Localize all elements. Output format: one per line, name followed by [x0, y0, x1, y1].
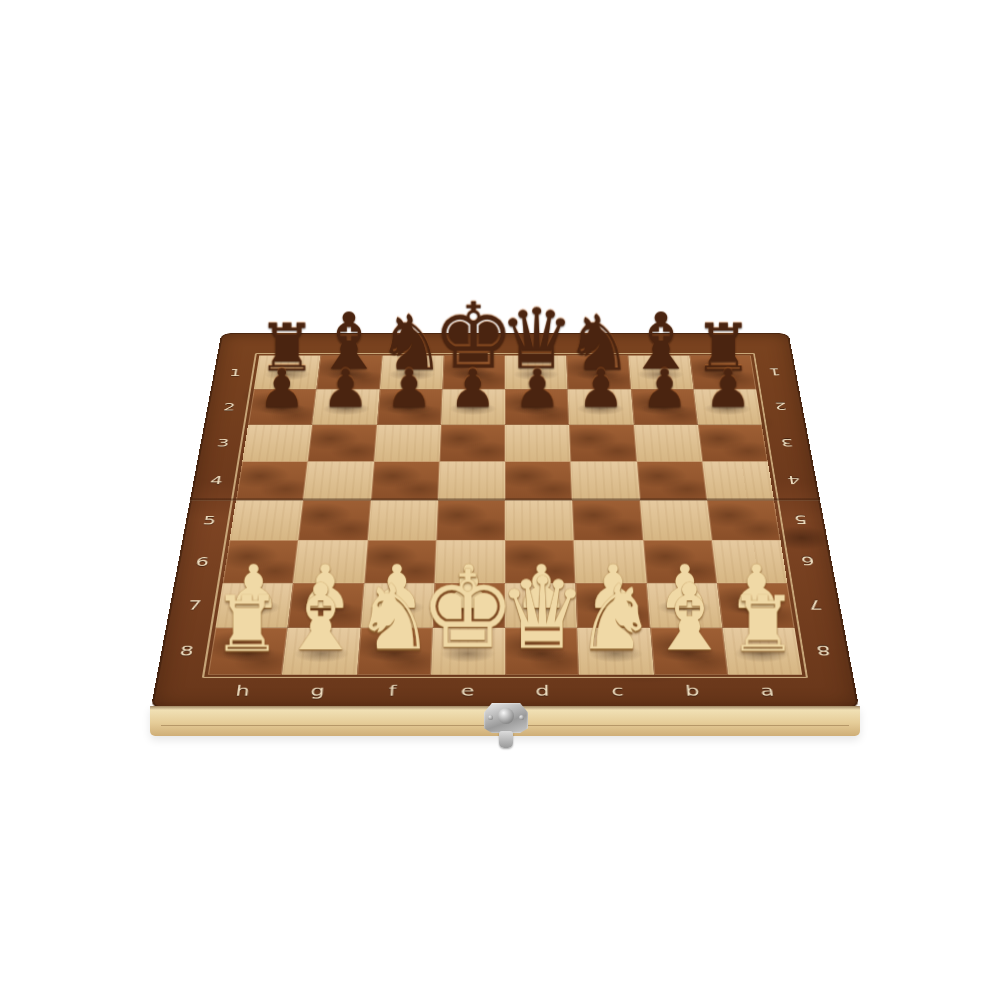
photo-stage: ♜♝♞♚♛♞♝♜♟♟♟♟♟♟♟♟♟♟♟♟♟♟♟♟♜♝♞♚♛♞♝♜ 1234567…	[0, 0, 1000, 1000]
square-b4[interactable]	[636, 461, 706, 500]
rank-label: 1	[752, 356, 799, 390]
light-queen-d8[interactable]: ♛	[498, 564, 587, 663]
light-rook-h8[interactable]: ♜	[212, 586, 281, 663]
file-label: g	[278, 675, 356, 707]
metal-clasp[interactable]	[484, 703, 528, 733]
square-d8[interactable]: ♛	[505, 628, 579, 675]
square-c2[interactable]: ♟	[568, 389, 634, 424]
rank-label: 4	[191, 461, 241, 500]
rank-label: 4	[769, 461, 819, 500]
square-d5[interactable]	[505, 500, 574, 540]
rank-label: 8	[158, 628, 214, 675]
dark-pawn-a2[interactable]: ♟	[705, 363, 753, 416]
file-label: f	[354, 675, 431, 707]
square-a5[interactable]	[707, 500, 781, 540]
dark-pawn-b2[interactable]: ♟	[641, 363, 689, 416]
square-b3[interactable]	[633, 425, 702, 462]
file-label: b	[654, 675, 732, 707]
square-b5[interactable]	[640, 500, 712, 540]
square-g8[interactable]: ♝	[282, 628, 360, 675]
rank-label: 1	[212, 356, 259, 390]
light-bishop-b8[interactable]: ♝	[648, 571, 731, 663]
file-label: h	[203, 675, 282, 707]
rank-label: 6	[782, 540, 835, 582]
light-knight-c8[interactable]: ♞	[575, 573, 656, 663]
product-photo: ♜♝♞♚♛♞♝♜♟♟♟♟♟♟♟♟♟♟♟♟♟♟♟♟♜♝♞♚♛♞♝♜ 1234567…	[0, 0, 1000, 1000]
fold-seam	[190, 499, 821, 501]
square-g2[interactable]: ♟	[312, 389, 379, 424]
rank-label: 5	[775, 500, 827, 540]
dark-pawn-f2[interactable]: ♟	[385, 363, 433, 416]
file-label: d	[505, 675, 581, 707]
square-f2[interactable]: ♟	[377, 389, 443, 424]
clasp-screw-left	[488, 715, 493, 720]
square-b2[interactable]: ♟	[631, 389, 698, 424]
square-c4[interactable]	[571, 461, 640, 500]
square-f4[interactable]	[371, 461, 440, 500]
square-a2[interactable]: ♟	[693, 389, 761, 424]
square-d4[interactable]	[505, 461, 572, 500]
square-h4[interactable]	[236, 461, 308, 500]
rank-label: 3	[763, 425, 812, 462]
dark-pawn-g2[interactable]: ♟	[321, 363, 369, 416]
square-a4[interactable]	[702, 461, 774, 500]
chess-board-surface: ♜♝♞♚♛♞♝♜♟♟♟♟♟♟♟♟♟♟♟♟♟♟♟♟♜♝♞♚♛♞♝♜ 1234567…	[151, 333, 860, 708]
square-d2[interactable]: ♟	[505, 389, 569, 424]
rank-label: 2	[757, 389, 805, 424]
square-f5[interactable]	[367, 500, 438, 540]
square-b8[interactable]: ♝	[650, 628, 728, 675]
square-e2[interactable]: ♟	[441, 389, 505, 424]
square-h3[interactable]	[242, 425, 312, 462]
square-g4[interactable]	[303, 461, 373, 500]
dark-pawn-c2[interactable]: ♟	[577, 363, 625, 416]
light-rook-a8[interactable]: ♜	[729, 586, 798, 663]
square-d3[interactable]	[505, 425, 571, 462]
square-e8[interactable]: ♚	[431, 628, 505, 675]
square-h2[interactable]: ♟	[248, 389, 316, 424]
square-h8[interactable]: ♜	[208, 628, 288, 675]
clasp-tongue[interactable]	[499, 731, 513, 748]
square-c5[interactable]	[572, 500, 643, 540]
rank-label: 6	[175, 540, 228, 582]
rank-label: 8	[796, 628, 852, 675]
square-f3[interactable]	[374, 425, 441, 462]
rank-label: 2	[205, 389, 253, 424]
file-label: a	[728, 675, 807, 707]
square-e3[interactable]	[439, 425, 505, 462]
clasp-screw-right	[519, 715, 524, 720]
square-h5[interactable]	[229, 500, 303, 540]
square-c8[interactable]: ♞	[577, 628, 653, 675]
rank-label: 3	[198, 425, 247, 462]
light-bishop-g8[interactable]: ♝	[279, 571, 362, 663]
clasp-knob[interactable]	[498, 708, 514, 724]
square-a8[interactable]: ♜	[722, 628, 802, 675]
board-grid: ♜♝♞♚♛♞♝♜♟♟♟♟♟♟♟♟♟♟♟♟♟♟♟♟♜♝♞♚♛♞♝♜	[208, 356, 802, 675]
rank-label: 5	[183, 500, 235, 540]
square-c3[interactable]	[569, 425, 636, 462]
square-a3[interactable]	[698, 425, 768, 462]
dark-pawn-e2[interactable]: ♟	[449, 363, 497, 416]
dark-pawn-h2[interactable]: ♟	[258, 363, 306, 416]
square-g3[interactable]	[308, 425, 377, 462]
square-e5[interactable]	[436, 500, 505, 540]
file-labels-bottom: hgfedcba	[203, 675, 808, 707]
square-e4[interactable]	[438, 461, 505, 500]
file-label: e	[429, 675, 505, 707]
file-label: c	[579, 675, 656, 707]
dark-pawn-d2[interactable]: ♟	[513, 363, 561, 416]
square-g5[interactable]	[298, 500, 370, 540]
